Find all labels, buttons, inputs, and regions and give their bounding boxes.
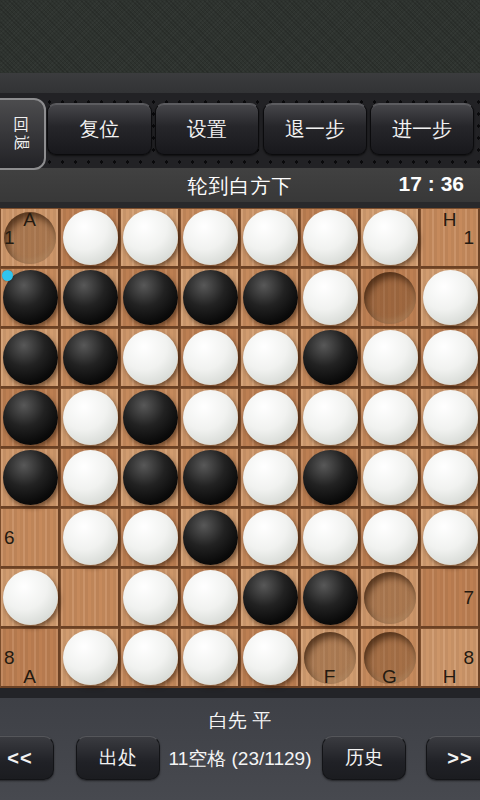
settings-button[interactable]: 设置 (155, 103, 259, 155)
board-cell[interactable] (360, 268, 420, 328)
board-cell[interactable] (180, 568, 240, 628)
board-cell[interactable] (240, 448, 300, 508)
white-disc (243, 330, 298, 385)
board-coordinate-label: G (361, 667, 418, 686)
white-disc (243, 510, 298, 565)
board-cell[interactable] (300, 448, 360, 508)
board-cell[interactable]: 4 (420, 388, 480, 448)
white-disc (423, 450, 478, 505)
board-cell[interactable]: F (300, 208, 360, 268)
white-disc (363, 510, 418, 565)
white-disc (423, 330, 478, 385)
board-cell[interactable] (360, 568, 420, 628)
board-cell[interactable]: 5 (0, 448, 60, 508)
board-cell[interactable] (180, 448, 240, 508)
reset-button[interactable]: 复位 (47, 103, 152, 155)
board-cell[interactable]: 7 (420, 568, 480, 628)
white-disc (423, 270, 478, 325)
black-disc (183, 450, 238, 505)
black-disc (183, 510, 238, 565)
top-space (0, 0, 480, 73)
white-disc (243, 390, 298, 445)
board-cell[interactable]: G (360, 208, 420, 268)
board-cell[interactable] (60, 388, 120, 448)
board-cell[interactable] (120, 268, 180, 328)
board-cell[interactable] (360, 388, 420, 448)
board-cell[interactable] (240, 508, 300, 568)
board-cell[interactable] (60, 508, 120, 568)
board-coordinate-label: A (1, 667, 58, 686)
board-cell[interactable]: D (180, 628, 240, 688)
board-cell[interactable] (300, 268, 360, 328)
board-cell[interactable]: 5 (420, 448, 480, 508)
black-disc (63, 270, 118, 325)
white-disc (303, 390, 358, 445)
white-disc (363, 330, 418, 385)
board-cell[interactable]: 7 (0, 568, 60, 628)
board-cell[interactable]: 2 (420, 268, 480, 328)
board-cell[interactable] (120, 448, 180, 508)
board-cell[interactable] (240, 268, 300, 328)
board-coordinate-label: 1 (463, 227, 474, 246)
white-disc (123, 210, 178, 265)
board-coordinate-label: 7 (463, 587, 474, 606)
board-cell[interactable] (120, 388, 180, 448)
white-disc (423, 510, 478, 565)
black-disc (3, 450, 58, 505)
white-disc (123, 630, 178, 685)
black-disc (123, 450, 178, 505)
board-coordinate-label: F (301, 667, 358, 686)
board-coordinate-label: 6 (4, 527, 15, 546)
bottom-panel: 白先 平 11空格 (23/1129) << 出处 历史 >> (0, 698, 480, 800)
board-cell[interactable]: 3 (0, 328, 60, 388)
board-cell[interactable]: C (120, 628, 180, 688)
white-disc (303, 270, 358, 325)
board-cell[interactable] (180, 388, 240, 448)
white-disc (423, 390, 478, 445)
white-disc (363, 210, 418, 265)
white-disc (303, 510, 358, 565)
black-disc (3, 390, 58, 445)
board-cell[interactable] (180, 268, 240, 328)
board-cell[interactable] (60, 448, 120, 508)
board-cell[interactable] (360, 328, 420, 388)
white-disc (363, 450, 418, 505)
board-coordinate-label: 8 (463, 647, 474, 666)
history-button[interactable]: 历史 (322, 736, 406, 780)
white-disc (123, 510, 178, 565)
black-disc (303, 330, 358, 385)
board-cell[interactable]: 4 (0, 388, 60, 448)
board-cell[interactable] (240, 568, 300, 628)
black-disc (3, 330, 58, 385)
board-cell[interactable] (60, 268, 120, 328)
legal-move-hint[interactable] (364, 272, 416, 324)
black-disc (303, 450, 358, 505)
game-timer: 17 : 36 (399, 172, 464, 196)
board-cell[interactable]: G (360, 628, 420, 688)
board-cell[interactable] (300, 388, 360, 448)
fast-forward-button[interactable]: >> (426, 736, 480, 780)
white-disc (123, 330, 178, 385)
board-cell[interactable]: 6 (420, 508, 480, 568)
board-cell[interactable]: E (240, 208, 300, 268)
progress-text: 11空格 (23/1129) (0, 746, 480, 772)
board-cell[interactable]: D (180, 208, 240, 268)
black-disc (123, 270, 178, 325)
white-disc (303, 210, 358, 265)
board-cell[interactable]: 6 (0, 508, 60, 568)
step-back-button[interactable]: 退一步 (263, 103, 367, 155)
board-cell[interactable]: E (240, 628, 300, 688)
white-disc (243, 210, 298, 265)
white-disc (243, 630, 298, 685)
top-band (0, 73, 480, 93)
board-cell[interactable] (60, 328, 120, 388)
turn-bar: 轮到白方下 17 : 36 (0, 168, 480, 202)
board-cell[interactable] (180, 508, 240, 568)
white-disc (183, 330, 238, 385)
toolbar: 复位 设置 退一步 进一步 (0, 93, 480, 169)
undo-tab-label-char1: 回 (13, 116, 29, 134)
board-cell[interactable]: H1 (420, 208, 480, 268)
black-disc (63, 330, 118, 385)
board-grid: A1BCDEFGH1223344556677A8BCDEFGH8 (0, 208, 480, 688)
step-forward-button[interactable]: 进一步 (370, 103, 474, 155)
board-cell[interactable] (120, 568, 180, 628)
board-cell[interactable] (120, 328, 180, 388)
black-disc (303, 570, 358, 625)
board-cell[interactable]: A1 (0, 208, 60, 268)
result-text: 白先 平 (0, 708, 480, 734)
black-disc (123, 390, 178, 445)
board-coordinate-label: H (421, 667, 478, 686)
last-move-indicator (2, 270, 13, 281)
white-disc (363, 390, 418, 445)
board-cell[interactable] (240, 328, 300, 388)
white-disc (63, 450, 118, 505)
board-cell[interactable]: C (120, 208, 180, 268)
board-cell[interactable]: B (60, 628, 120, 688)
black-disc (243, 570, 298, 625)
board-cell[interactable]: F (300, 628, 360, 688)
board-cell[interactable] (120, 508, 180, 568)
black-disc (183, 270, 238, 325)
white-disc (183, 210, 238, 265)
white-disc (63, 510, 118, 565)
app-root: 复位 设置 退一步 进一步 回 退 轮到白方下 17 : 36 A1BCDEFG… (0, 0, 480, 800)
board-cell[interactable]: 3 (420, 328, 480, 388)
board-bottom-strip (0, 688, 480, 698)
board-cell[interactable]: 2 (0, 268, 60, 328)
board-cell[interactable]: A8 (0, 628, 60, 688)
source-button[interactable]: 出处 (76, 736, 160, 780)
legal-move-hint[interactable] (364, 572, 416, 624)
white-disc (63, 210, 118, 265)
board-coordinate-label: 8 (4, 647, 15, 666)
board-cell[interactable] (300, 328, 360, 388)
board-coordinate-label: 1 (4, 227, 15, 246)
board-cell[interactable] (360, 508, 420, 568)
board-cell[interactable] (360, 448, 420, 508)
white-disc (183, 570, 238, 625)
board-cell[interactable]: H8 (420, 628, 480, 688)
board-cell[interactable] (300, 508, 360, 568)
white-disc (123, 570, 178, 625)
board-cell[interactable] (60, 568, 120, 628)
white-disc (3, 570, 58, 625)
fast-back-button[interactable]: << (0, 736, 54, 780)
board-cell[interactable] (240, 388, 300, 448)
board-cell[interactable] (180, 328, 240, 388)
white-disc (63, 390, 118, 445)
white-disc (63, 630, 118, 685)
white-disc (183, 630, 238, 685)
board-cell[interactable] (300, 568, 360, 628)
undo-tab-button[interactable]: 回 退 (0, 98, 46, 170)
white-disc (183, 390, 238, 445)
black-disc (243, 270, 298, 325)
board-cell[interactable]: B (60, 208, 120, 268)
undo-tab-label-char2: 退 (12, 135, 30, 151)
white-disc (243, 450, 298, 505)
